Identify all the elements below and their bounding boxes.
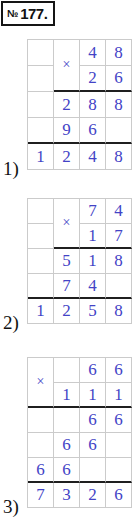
numero-sign: № (7, 8, 18, 19)
p2-cell-r1c4: 4 (106, 199, 132, 224)
p1-cell-r5c3: 4 (80, 144, 106, 170)
p2-cell-r5c2: 2 (54, 299, 80, 324)
p3-cell-r3c1 (28, 408, 54, 433)
p1-cell-r3c4: 8 (106, 92, 132, 118)
multiplication-grid-3: ×661116666667326 (27, 357, 132, 508)
p3-cell-r5c4 (106, 458, 132, 483)
problem-3-label: 3) (3, 497, 19, 516)
p1-cell-r1c1 (28, 40, 54, 66)
p1-cell-r5c1: 1 (28, 144, 54, 170)
times-sign: × (54, 40, 80, 92)
p1-cell-r2c3: 2 (80, 66, 106, 92)
times-sign: × (54, 199, 80, 249)
p1-cell-r2c4: 6 (106, 66, 132, 92)
p3-cell-r2c3: 1 (80, 383, 106, 408)
p3-cell-r3c4: 6 (106, 408, 132, 433)
p2-cell-r2c3: 1 (80, 224, 106, 249)
p2-cell-r3c1 (28, 249, 54, 274)
p1-cell-r3c2: 2 (54, 92, 80, 118)
exercise-number: 177. (20, 5, 47, 22)
p2-cell-r4c2: 7 (54, 274, 80, 299)
p3-cell-r4c4 (106, 433, 132, 458)
p2-cell-r5c4: 8 (106, 299, 132, 324)
p1-cell-r1c3: 4 (80, 40, 106, 66)
p1-cell-r4c4 (106, 118, 132, 144)
p2-cell-r1c3: 7 (80, 199, 106, 224)
p3-cell-r4c3: 6 (80, 433, 106, 458)
p2-cell-r4c4 (106, 274, 132, 299)
p3-cell-r6c2: 3 (54, 483, 80, 508)
p1-cell-r5c2: 2 (54, 144, 80, 170)
p2-cell-r4c1 (28, 274, 54, 299)
p3-cell-r2c2: 1 (54, 383, 80, 408)
p1-cell-r3c1 (28, 92, 54, 118)
p2-cell-r3c2: 5 (54, 249, 80, 274)
p3-cell-r6c3: 2 (80, 483, 106, 508)
p3-cell-r1c3: 6 (80, 358, 106, 383)
exercise-number-box: № 177. (1, 1, 55, 26)
worksheet-page: № 177. ×4826288961248 1) ×7417518741258 … (0, 0, 135, 519)
p2-cell-r2c4: 7 (106, 224, 132, 249)
problem-3: ×661116666667326 3) (0, 357, 135, 508)
p3-cell-r4c2: 6 (54, 433, 80, 458)
problem-1-label: 1) (3, 159, 19, 178)
times-sign: × (28, 358, 54, 408)
problem-2-label: 2) (3, 313, 19, 332)
p3-cell-r1c2 (54, 358, 80, 383)
p1-cell-r2c1 (28, 66, 54, 92)
problem-1: ×4826288961248 1) (0, 39, 135, 170)
p2-cell-r5c3: 5 (80, 299, 106, 324)
multiplication-grid-1: ×4826288961248 (27, 39, 132, 170)
problem-2: ×7417518741258 2) (0, 198, 135, 324)
p1-cell-r4c2: 9 (54, 118, 80, 144)
p1-cell-r4c1 (28, 118, 54, 144)
p2-cell-r3c4: 8 (106, 249, 132, 274)
p2-cell-r4c3: 4 (80, 274, 106, 299)
p2-cell-r2c1 (28, 224, 54, 249)
p3-cell-r4c1 (28, 433, 54, 458)
p1-cell-r3c3: 8 (80, 92, 106, 118)
p2-cell-r1c1 (28, 199, 54, 224)
p2-cell-r3c3: 1 (80, 249, 106, 274)
p3-cell-r1c4: 6 (106, 358, 132, 383)
p3-cell-r3c3: 6 (80, 408, 106, 433)
p3-cell-r3c2 (54, 408, 80, 433)
p1-cell-r5c4: 8 (106, 144, 132, 170)
p1-cell-r4c3: 6 (80, 118, 106, 144)
p3-cell-r2c4: 1 (106, 383, 132, 408)
p2-cell-r5c1: 1 (28, 299, 54, 324)
p3-cell-r5c2: 6 (54, 458, 80, 483)
p3-cell-r5c1: 6 (28, 458, 54, 483)
multiplication-grid-2: ×7417518741258 (27, 198, 132, 324)
p3-cell-r6c4: 6 (106, 483, 132, 508)
p1-cell-r1c4: 8 (106, 40, 132, 66)
p3-cell-r5c3 (80, 458, 106, 483)
p3-cell-r6c1: 7 (28, 483, 54, 508)
